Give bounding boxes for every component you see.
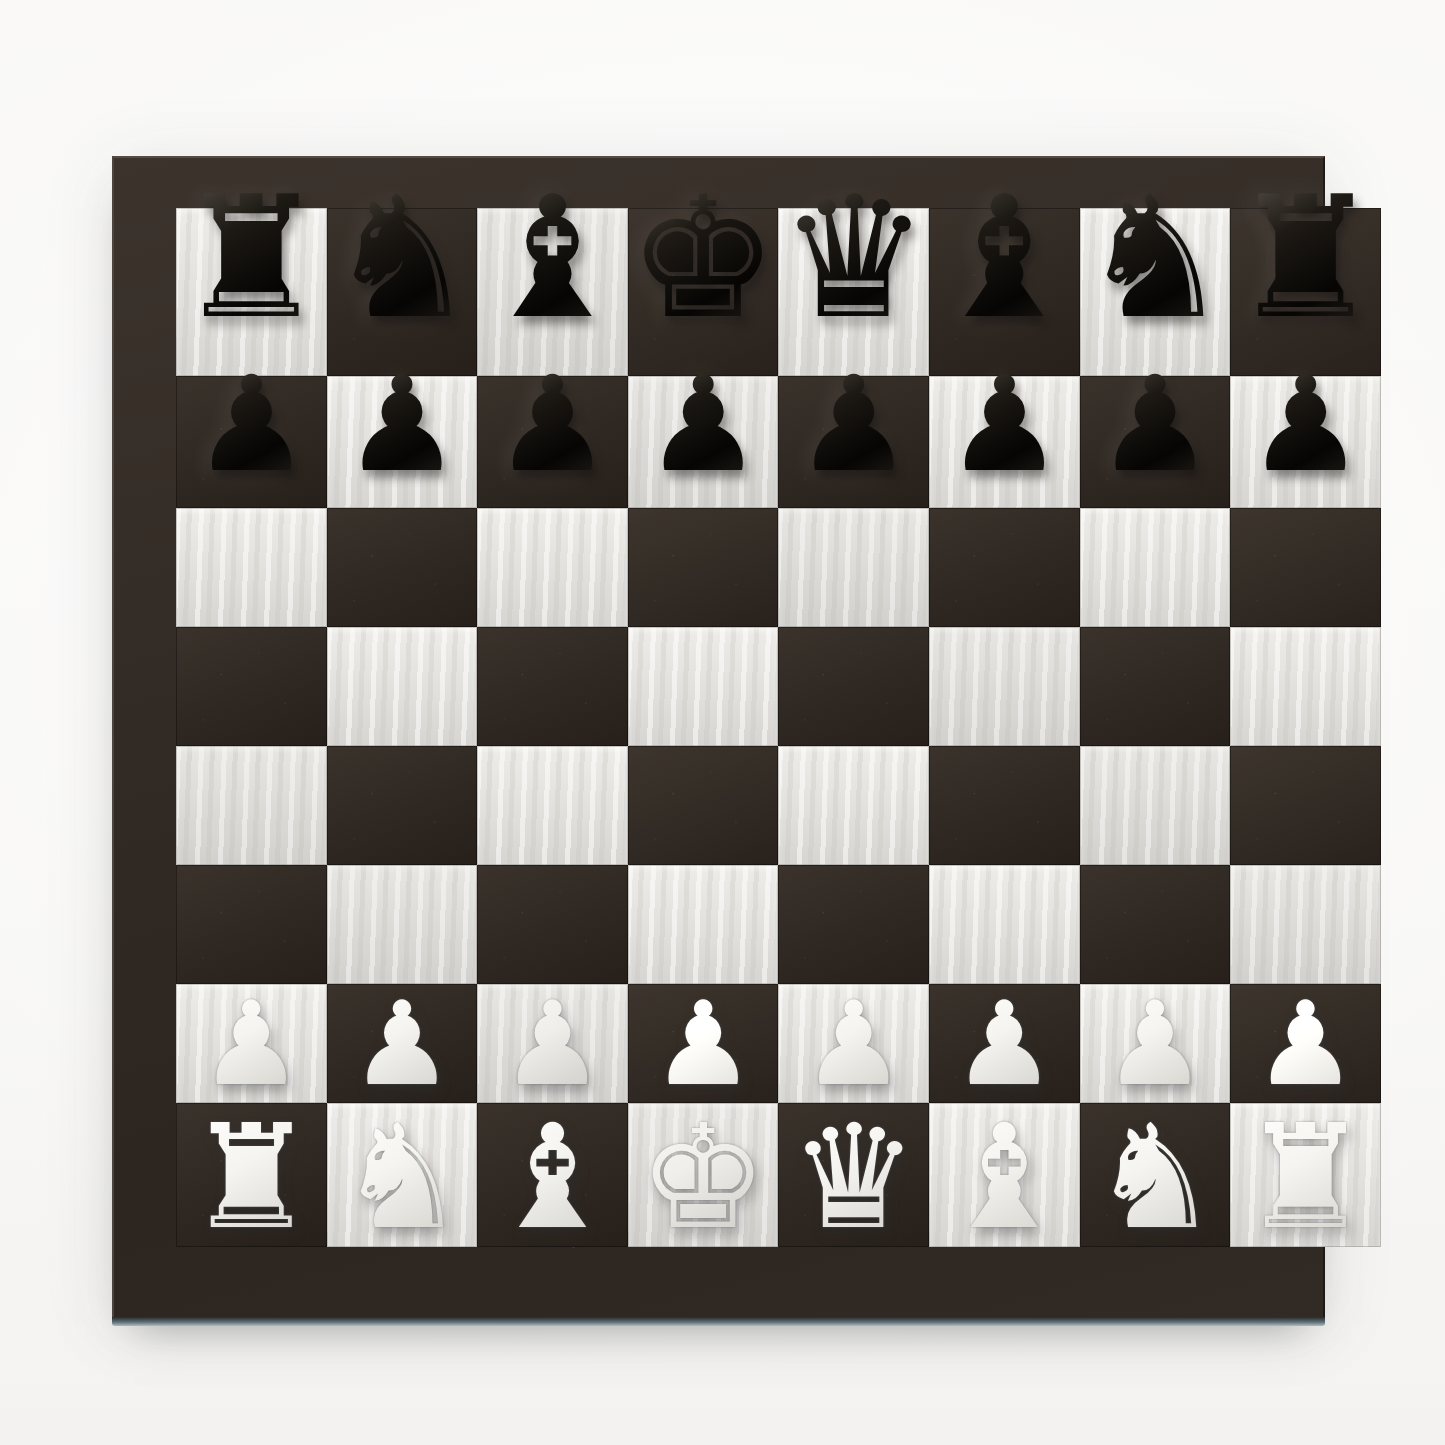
square-c2: ♟ — [477, 984, 628, 1103]
black-pawn-c7: ♟ — [493, 358, 611, 490]
square-e4 — [778, 746, 929, 865]
square-f5 — [929, 627, 1080, 746]
black-rook-a8: ♜ — [176, 174, 327, 342]
square-b3 — [327, 865, 478, 984]
square-e3 — [778, 865, 929, 984]
black-knight-b8: ♞ — [327, 174, 478, 342]
square-g7: ♟ — [1080, 376, 1231, 508]
square-f4 — [929, 746, 1080, 865]
square-h5 — [1230, 627, 1381, 746]
square-e1: ♛ — [778, 1103, 929, 1247]
white-knight-g1: ♞ — [1090, 1105, 1219, 1249]
square-h2: ♟ — [1230, 984, 1381, 1103]
square-h7: ♟ — [1230, 376, 1381, 508]
white-pawn-g2: ♟ — [1103, 986, 1207, 1102]
board-grid: ♜♞♝♚♛♝♞♜♟♟♟♟♟♟♟♟♟♟♟♟♟♟♟♟♜♞♝♚♛♝♞♜ — [176, 208, 1260, 1247]
white-pawn-f2: ♟ — [952, 986, 1056, 1102]
square-a1: ♜ — [176, 1103, 327, 1247]
white-queen-e1: ♛ — [789, 1105, 918, 1249]
square-f6 — [929, 508, 1080, 627]
square-e2: ♟ — [778, 984, 929, 1103]
black-pawn-g7: ♟ — [1096, 358, 1214, 490]
white-rook-h1: ♜ — [1241, 1105, 1370, 1249]
square-b4 — [327, 746, 478, 865]
black-pawn-b7: ♟ — [343, 358, 461, 490]
black-bishop-f8: ♝ — [929, 174, 1080, 342]
black-queen-e8: ♛ — [778, 174, 929, 342]
square-a4 — [176, 746, 327, 865]
square-c1: ♝ — [477, 1103, 628, 1247]
square-g2: ♟ — [1080, 984, 1231, 1103]
photo-background: ♜♞♝♚♛♝♞♜♟♟♟♟♟♟♟♟♟♟♟♟♟♟♟♟♜♞♝♚♛♝♞♜ — [0, 0, 1445, 1445]
black-bishop-c8: ♝ — [477, 174, 628, 342]
square-c5 — [477, 627, 628, 746]
board-bottom-edge — [112, 1317, 1325, 1326]
square-h6 — [1230, 508, 1381, 627]
white-bishop-c1: ♝ — [488, 1105, 617, 1249]
white-king-d1: ♚ — [639, 1105, 768, 1249]
square-c3 — [477, 865, 628, 984]
square-b6 — [327, 508, 478, 627]
square-a5 — [176, 627, 327, 746]
white-pawn-d2: ♟ — [651, 986, 755, 1102]
square-g4 — [1080, 746, 1231, 865]
black-pawn-f7: ♟ — [945, 358, 1063, 490]
square-g3 — [1080, 865, 1231, 984]
square-f2: ♟ — [929, 984, 1080, 1103]
white-rook-a1: ♜ — [187, 1105, 316, 1249]
square-a6 — [176, 508, 327, 627]
black-pawn-a7: ♟ — [192, 358, 310, 490]
square-g5 — [1080, 627, 1231, 746]
square-e7: ♟ — [778, 376, 929, 508]
chess-board: ♜♞♝♚♛♝♞♜♟♟♟♟♟♟♟♟♟♟♟♟♟♟♟♟♜♞♝♚♛♝♞♜ — [112, 156, 1325, 1317]
square-e5 — [778, 627, 929, 746]
black-pawn-e7: ♟ — [795, 358, 913, 490]
square-d3 — [628, 865, 779, 984]
square-f1: ♝ — [929, 1103, 1080, 1247]
square-d5 — [628, 627, 779, 746]
black-pawn-d7: ♟ — [644, 358, 762, 490]
square-b2: ♟ — [327, 984, 478, 1103]
black-pawn-h7: ♟ — [1246, 358, 1364, 490]
square-d6 — [628, 508, 779, 627]
square-d2: ♟ — [628, 984, 779, 1103]
white-pawn-e2: ♟ — [802, 986, 906, 1102]
black-rook-h8: ♜ — [1230, 174, 1381, 342]
square-a7: ♟ — [176, 376, 327, 508]
square-h1: ♜ — [1230, 1103, 1381, 1247]
square-a3 — [176, 865, 327, 984]
white-pawn-a2: ♟ — [199, 986, 303, 1102]
square-f3 — [929, 865, 1080, 984]
square-g1: ♞ — [1080, 1103, 1231, 1247]
square-h3 — [1230, 865, 1381, 984]
square-d7: ♟ — [628, 376, 779, 508]
black-king-d8: ♚ — [628, 174, 779, 342]
square-c7: ♟ — [477, 376, 628, 508]
square-a2: ♟ — [176, 984, 327, 1103]
black-knight-g8: ♞ — [1080, 174, 1231, 342]
white-knight-b1: ♞ — [337, 1105, 466, 1249]
white-bishop-f1: ♝ — [940, 1105, 1069, 1249]
square-b1: ♞ — [327, 1103, 478, 1247]
square-d4 — [628, 746, 779, 865]
square-d1: ♚ — [628, 1103, 779, 1247]
white-pawn-b2: ♟ — [350, 986, 454, 1102]
square-e6 — [778, 508, 929, 627]
white-pawn-h2: ♟ — [1254, 986, 1358, 1102]
white-pawn-c2: ♟ — [501, 986, 605, 1102]
square-c4 — [477, 746, 628, 865]
square-g6 — [1080, 508, 1231, 627]
square-b7: ♟ — [327, 376, 478, 508]
square-c6 — [477, 508, 628, 627]
square-f7: ♟ — [929, 376, 1080, 508]
square-b5 — [327, 627, 478, 746]
square-h4 — [1230, 746, 1381, 865]
